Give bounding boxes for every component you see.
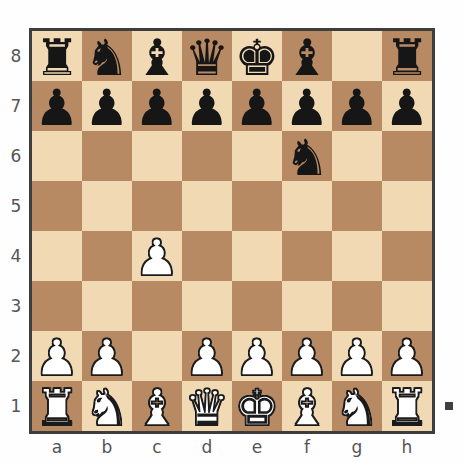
piece-white-pawn[interactable]: ♟ (335, 333, 380, 383)
rank-label-5: 5 (5, 181, 27, 231)
square-b2[interactable]: ♟ (82, 331, 132, 381)
square-g1[interactable]: ♞ (332, 381, 382, 431)
rank-label-3: 3 (5, 281, 27, 331)
square-e7[interactable]: ♟ (232, 81, 282, 131)
square-b7[interactable]: ♟ (82, 81, 132, 131)
piece-white-pawn[interactable]: ♟ (35, 333, 80, 383)
piece-white-pawn[interactable]: ♟ (285, 333, 330, 383)
piece-black-rook[interactable]: ♜ (385, 33, 430, 83)
file-label-c: c (132, 436, 182, 460)
square-g8[interactable] (332, 31, 382, 81)
square-c5[interactable] (132, 181, 182, 231)
rank-labels: 87654321 (5, 31, 27, 431)
piece-white-knight[interactable]: ♞ (85, 383, 130, 433)
rank-label-8: 8 (5, 31, 27, 81)
square-e8[interactable]: ♚ (232, 31, 282, 81)
piece-black-knight[interactable]: ♞ (285, 133, 330, 183)
piece-black-queen[interactable]: ♛ (185, 33, 230, 83)
file-labels: abcdefgh (32, 436, 432, 460)
chess-board-frame: ♜♞♝♛♚♝♜♟♟♟♟♟♟♟♟♞♟♟♟♟♟♟♟♟♜♞♝♛♚♝♞♜ (29, 28, 435, 434)
square-c7[interactable]: ♟ (132, 81, 182, 131)
square-f8[interactable]: ♝ (282, 31, 332, 81)
file-label-a: a (32, 436, 82, 460)
square-e3[interactable] (232, 281, 282, 331)
square-d7[interactable]: ♟ (182, 81, 232, 131)
square-c3[interactable] (132, 281, 182, 331)
square-g6[interactable] (332, 131, 382, 181)
piece-black-pawn[interactable]: ♟ (235, 83, 280, 133)
file-label-f: f (282, 436, 332, 460)
square-a5[interactable] (32, 181, 82, 231)
square-d8[interactable]: ♛ (182, 31, 232, 81)
square-f3[interactable] (282, 281, 332, 331)
rank-label-4: 4 (5, 231, 27, 281)
file-label-d: d (182, 436, 232, 460)
square-f1[interactable]: ♝ (282, 381, 332, 431)
file-label-g: g (332, 436, 382, 460)
square-f5[interactable] (282, 181, 332, 231)
square-f7[interactable]: ♟ (282, 81, 332, 131)
square-d5[interactable] (182, 181, 232, 231)
file-label-h: h (382, 436, 432, 460)
piece-white-rook[interactable]: ♜ (35, 383, 80, 433)
piece-black-rook[interactable]: ♜ (35, 33, 80, 83)
square-g4[interactable] (332, 231, 382, 281)
square-h3[interactable] (382, 281, 432, 331)
move-indicator-square (445, 402, 453, 410)
square-g7[interactable]: ♟ (332, 81, 382, 131)
square-c4[interactable]: ♟ (132, 231, 182, 281)
square-b3[interactable] (82, 281, 132, 331)
square-h8[interactable]: ♜ (382, 31, 432, 81)
square-c2[interactable] (132, 331, 182, 381)
piece-black-pawn[interactable]: ♟ (185, 83, 230, 133)
square-c8[interactable]: ♝ (132, 31, 182, 81)
piece-white-pawn[interactable]: ♟ (235, 333, 280, 383)
file-label-e: e (232, 436, 282, 460)
square-b5[interactable] (82, 181, 132, 231)
square-a8[interactable]: ♜ (32, 31, 82, 81)
piece-black-king[interactable]: ♚ (235, 33, 280, 83)
square-f4[interactable] (282, 231, 332, 281)
square-f2[interactable]: ♟ (282, 331, 332, 381)
rank-label-6: 6 (5, 131, 27, 181)
square-b1[interactable]: ♞ (82, 381, 132, 431)
piece-black-pawn[interactable]: ♟ (385, 83, 430, 133)
square-b6[interactable] (82, 131, 132, 181)
piece-white-bishop[interactable]: ♝ (135, 383, 180, 433)
square-e5[interactable] (232, 181, 282, 231)
piece-black-knight[interactable]: ♞ (85, 33, 130, 83)
square-h1[interactable]: ♜ (382, 381, 432, 431)
square-h7[interactable]: ♟ (382, 81, 432, 131)
square-e2[interactable]: ♟ (232, 331, 282, 381)
piece-black-pawn[interactable]: ♟ (35, 83, 80, 133)
square-e1[interactable]: ♚ (232, 381, 282, 431)
square-d3[interactable] (182, 281, 232, 331)
square-g3[interactable] (332, 281, 382, 331)
chess-diagram: 87654321 ♜♞♝♛♚♝♜♟♟♟♟♟♟♟♟♞♟♟♟♟♟♟♟♟♜♞♝♛♚♝♞… (0, 0, 464, 464)
square-d2[interactable]: ♟ (182, 331, 232, 381)
square-g5[interactable] (332, 181, 382, 231)
piece-black-pawn[interactable]: ♟ (285, 83, 330, 133)
rank-label-7: 7 (5, 81, 27, 131)
piece-white-bishop[interactable]: ♝ (285, 383, 330, 433)
square-c1[interactable]: ♝ (132, 381, 182, 431)
square-a1[interactable]: ♜ (32, 381, 82, 431)
square-f6[interactable]: ♞ (282, 131, 332, 181)
square-a7[interactable]: ♟ (32, 81, 82, 131)
square-g2[interactable]: ♟ (332, 331, 382, 381)
chess-board: ♜♞♝♛♚♝♜♟♟♟♟♟♟♟♟♞♟♟♟♟♟♟♟♟♜♞♝♛♚♝♞♜ (32, 31, 432, 431)
piece-white-pawn[interactable]: ♟ (135, 233, 180, 283)
square-h4[interactable] (382, 231, 432, 281)
square-a3[interactable] (32, 281, 82, 331)
square-b8[interactable]: ♞ (82, 31, 132, 81)
piece-white-pawn[interactable]: ♟ (385, 333, 430, 383)
rank-label-1: 1 (5, 381, 27, 431)
piece-white-king[interactable]: ♚ (235, 383, 280, 433)
piece-white-queen[interactable]: ♛ (185, 383, 230, 433)
piece-white-knight[interactable]: ♞ (335, 383, 380, 433)
piece-black-bishop[interactable]: ♝ (285, 33, 330, 83)
piece-black-pawn[interactable]: ♟ (335, 83, 380, 133)
file-label-b: b (82, 436, 132, 460)
square-e4[interactable] (232, 231, 282, 281)
square-d4[interactable] (182, 231, 232, 281)
square-a2[interactable]: ♟ (32, 331, 82, 381)
square-a4[interactable] (32, 231, 82, 281)
square-c6[interactable] (132, 131, 182, 181)
square-h6[interactable] (382, 131, 432, 181)
square-a6[interactable] (32, 131, 82, 181)
square-b4[interactable] (82, 231, 132, 281)
square-d1[interactable]: ♛ (182, 381, 232, 431)
rank-label-2: 2 (5, 331, 27, 381)
piece-white-pawn[interactable]: ♟ (185, 333, 230, 383)
square-e6[interactable] (232, 131, 282, 181)
square-h2[interactable]: ♟ (382, 331, 432, 381)
piece-black-pawn[interactable]: ♟ (85, 83, 130, 133)
piece-black-bishop[interactable]: ♝ (135, 33, 180, 83)
piece-black-pawn[interactable]: ♟ (135, 83, 180, 133)
piece-white-rook[interactable]: ♜ (385, 383, 430, 433)
square-d6[interactable] (182, 131, 232, 181)
square-h5[interactable] (382, 181, 432, 231)
piece-white-pawn[interactable]: ♟ (85, 333, 130, 383)
